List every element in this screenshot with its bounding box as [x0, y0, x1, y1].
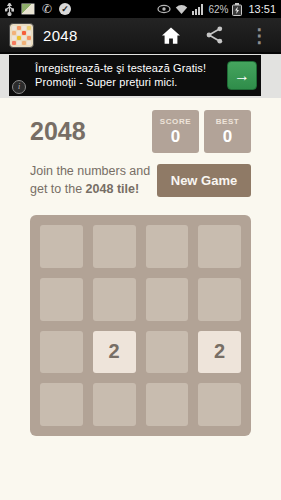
- game-area: 2048 SCORE 0 BEST 0 Join the numbers and…: [0, 98, 281, 436]
- app-title: 2048: [43, 27, 78, 44]
- app-bar: 2048 ⋮: [0, 18, 281, 54]
- empty-cell: [40, 225, 83, 268]
- empty-cell: [40, 331, 83, 374]
- battery-charging-icon: [232, 3, 242, 16]
- empty-cell: [146, 331, 189, 374]
- clock-check-icon: ✓: [59, 3, 71, 15]
- screenshot-thumbnail-icon: [21, 3, 35, 15]
- battery-percent: 62%: [208, 4, 228, 15]
- intro-line2-plain: get to the: [30, 182, 86, 196]
- ad-cta-arrow-button[interactable]: →: [227, 61, 257, 90]
- usb-icon: [5, 3, 14, 16]
- empty-cell: [146, 225, 189, 268]
- empty-cell: [40, 278, 83, 321]
- board[interactable]: 22: [30, 215, 251, 436]
- tile-2: 2: [198, 331, 241, 374]
- score-box: SCORE 0: [152, 110, 199, 153]
- best-label: BEST: [216, 117, 240, 126]
- status-left-icons: ✆ ✓: [5, 3, 71, 16]
- share-icon: [206, 26, 223, 44]
- phone-screen: ✆ ✓ 62% 13:51 2048: [0, 0, 281, 500]
- empty-cell: [93, 383, 136, 426]
- best-value: 0: [223, 127, 232, 147]
- app-logo-icon: [9, 23, 34, 48]
- new-game-button[interactable]: New Game: [157, 164, 251, 197]
- empty-cell: [146, 383, 189, 426]
- home-button[interactable]: [161, 26, 181, 45]
- empty-cell: [146, 278, 189, 321]
- empty-cell: [93, 278, 136, 321]
- score-panel: SCORE 0 BEST 0: [152, 110, 251, 153]
- intro-line2-strong: 2048 tile!: [86, 182, 140, 196]
- ad-info-icon[interactable]: i: [12, 80, 26, 94]
- overflow-menu-button[interactable]: ⋮: [248, 26, 271, 45]
- best-box: BEST 0: [204, 110, 251, 153]
- intro-text: Join the numbers and get to the 2048 til…: [30, 162, 150, 198]
- ad-content[interactable]: i Înregistrează-te şi testează Gratis! P…: [9, 55, 261, 96]
- share-button[interactable]: [206, 26, 223, 44]
- ad-text: Înregistrează-te şi testează Gratis! Pro…: [35, 62, 206, 89]
- status-right-icons: 62% 13:51: [157, 3, 276, 16]
- ad-line2: Promoţii - Super preţuri mici.: [35, 76, 206, 90]
- call-icon: ✆: [42, 3, 52, 15]
- smart-stay-eye-icon: [157, 4, 171, 14]
- game-title: 2048: [30, 110, 86, 153]
- tile-2: 2: [93, 331, 136, 374]
- empty-cell: [198, 383, 241, 426]
- clock-time: 13:51: [248, 3, 276, 15]
- ad-line1: Înregistrează-te şi testează Gratis!: [35, 62, 206, 76]
- home-icon: [161, 26, 181, 45]
- empty-cell: [40, 383, 83, 426]
- empty-cell: [198, 278, 241, 321]
- ad-banner: i Înregistrează-te şi testează Gratis! P…: [0, 54, 281, 98]
- status-bar: ✆ ✓ 62% 13:51: [0, 0, 281, 18]
- intro-line1: Join the numbers and: [30, 164, 150, 178]
- score-label: SCORE: [160, 117, 191, 126]
- empty-cell: [198, 225, 241, 268]
- signal-bars-icon: [192, 4, 204, 15]
- wifi-icon: [175, 4, 188, 15]
- score-value: 0: [171, 127, 180, 147]
- empty-cell: [93, 225, 136, 268]
